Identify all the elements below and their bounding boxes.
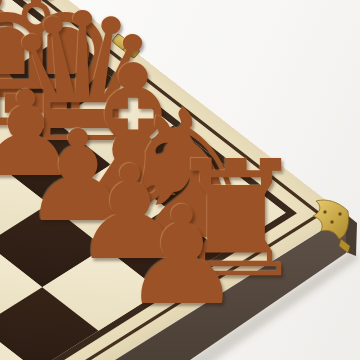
chess-piece-pawn-4: ♟ (121, 188, 243, 324)
chess-set-photo: ♝♚♛♟♝♟♞♟♜♟ (0, 0, 360, 360)
pieces-layer: ♝♚♛♟♝♟♞♟♜♟ (0, 0, 360, 360)
